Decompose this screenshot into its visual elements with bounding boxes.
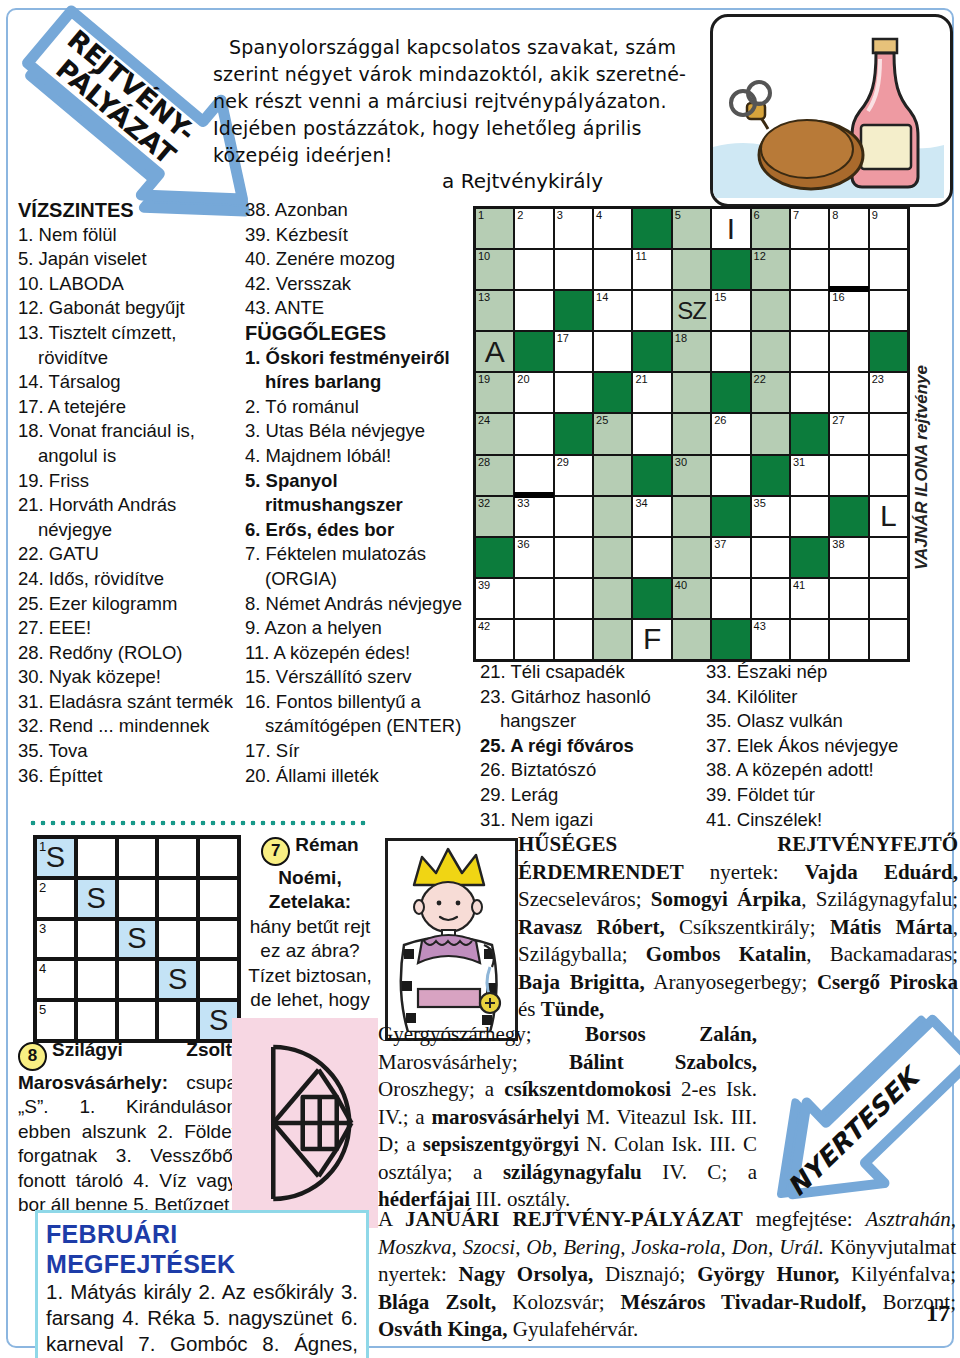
xw-cell-r9c7[interactable]: 37 — [711, 537, 750, 578]
text-segment: György Hunor, — [697, 1262, 839, 1286]
intro-line: közepéig ideérjen! — [213, 142, 715, 169]
s-grid-cell-r2c5[interactable] — [198, 878, 239, 919]
xw-cell-r3c2[interactable] — [514, 290, 553, 331]
clue-item: 13. Tisztelt címzett, rövidítve — [18, 321, 242, 370]
xw-cell-r2c6[interactable] — [672, 249, 711, 290]
xw-cell-r5c3[interactable] — [554, 372, 593, 413]
given-letter: I — [727, 212, 735, 246]
xw-cell-r3c11[interactable] — [869, 290, 908, 331]
xw-cell-r5c11[interactable]: 23 — [869, 372, 908, 413]
xw-cell-r2c10[interactable] — [829, 249, 868, 290]
clue-item: 11. A közepén édes! — [245, 641, 471, 666]
xw-cell-r4c3[interactable]: 17 — [554, 331, 593, 372]
clue-item: 9. Azon a helyen — [245, 616, 471, 641]
cell-number: 27 — [832, 414, 844, 427]
xw-cell-r2c2[interactable] — [514, 249, 553, 290]
given-letter: S — [168, 963, 187, 996]
xw-cell-r9c3[interactable] — [554, 537, 593, 578]
xw-cell-r6c1[interactable]: 24 — [475, 413, 514, 454]
xw-cell-r11c10[interactable] — [829, 619, 868, 660]
xw-cell-r1c6[interactable]: 5 — [672, 208, 711, 249]
clue-item: 23. Gitárhoz hasonló hangszer — [480, 685, 702, 734]
cell-number: 2 — [39, 880, 46, 895]
xw-cell-r9c2[interactable]: 36 — [514, 537, 553, 578]
text-segment: Nagy Orsolya, — [459, 1262, 594, 1286]
xw-cell-r6c3-blocked — [554, 413, 593, 454]
s-grid-cell-r5c2[interactable] — [76, 1000, 117, 1041]
text-segment: marosvásárhelyi — [431, 1105, 579, 1129]
xw-cell-r9c6[interactable] — [672, 537, 711, 578]
hidden-letters-figure — [245, 1038, 365, 1208]
xw-cell-r3c1[interactable]: 13 — [475, 290, 514, 331]
text-segment: Baja Brigitta, — [518, 970, 645, 994]
xw-cell-r4c1[interactable]: A — [475, 331, 514, 372]
xw-cell-r7c2[interactable] — [514, 455, 553, 496]
xw-cell-r2c7-blocked — [711, 249, 750, 290]
clue-item: 26. Biztatószó — [480, 758, 702, 783]
xw-cell-r7c6[interactable]: 30 — [672, 455, 711, 496]
clue-item: 32. Rend ... mindennek — [18, 714, 242, 739]
xw-cell-r7c9[interactable]: 31 — [790, 455, 829, 496]
text-segment: sepsiszentgyörgyi — [423, 1132, 579, 1156]
clue-item: 28. Redőny (ROLO) — [18, 641, 242, 666]
cell-number: 33 — [517, 497, 529, 510]
cell-number: 30 — [675, 456, 687, 469]
cell-number: 29 — [557, 456, 569, 469]
arrow-text-line2: PÁLYÁZAT — [50, 53, 182, 171]
xw-cell-r11c1[interactable]: 42 — [475, 619, 514, 660]
clue-item: 21. Horváth András névjegye — [18, 493, 242, 542]
text-segment: csíkszentdomokosi — [504, 1077, 671, 1101]
xw-cell-r8c5[interactable]: 34 — [632, 496, 671, 537]
given-letter: S — [87, 882, 106, 915]
xw-cell-r6c6[interactable] — [672, 413, 711, 454]
clue-item: 4. Majdnem lóbál! — [245, 444, 471, 469]
text-segment: Vajda Eduárd, — [805, 860, 958, 884]
xw-cell-r5c4-blocked — [593, 372, 632, 413]
clue-item: 19. Friss — [18, 469, 242, 494]
february-solutions-box: FEBRUÁRI MEGFEJTÉSEK 1. Mátyás király 2.… — [35, 1210, 369, 1358]
cell-number: 34 — [635, 497, 647, 510]
xw-cell-r9c11[interactable] — [869, 537, 908, 578]
clue-item: 8. Német András névjegye — [245, 592, 471, 617]
cell-number: 17 — [557, 332, 569, 345]
xw-cell-r3c9[interactable] — [790, 290, 829, 331]
xw-cell-r2c1[interactable]: 10 — [475, 249, 514, 290]
s-grid-cell-r4c1[interactable]: 4 — [35, 959, 76, 1000]
xw-cell-r11c11[interactable] — [869, 619, 908, 660]
text-segment: Tünde, — [541, 997, 605, 1021]
xw-cell-r11c3[interactable] — [554, 619, 593, 660]
xw-cell-r5c2[interactable]: 20 — [514, 372, 553, 413]
xw-cell-r2c4[interactable] — [593, 249, 632, 290]
s-grid-cell-r1c5[interactable] — [198, 837, 239, 878]
xw-cell-r11c4[interactable] — [593, 619, 632, 660]
xw-cell-r6c4[interactable]: 25 — [593, 413, 632, 454]
xw-cell-r9c5[interactable] — [632, 537, 671, 578]
cell-number: 37 — [714, 538, 726, 551]
s-grid-cell-r2c3[interactable] — [117, 878, 158, 919]
clue-item: 22. GATU — [18, 542, 242, 567]
text-segment: Ravasz Róbert, — [518, 915, 665, 939]
s-mini-grid: 1S2S3S4S5S — [33, 835, 241, 1043]
xw-cell-r5c5[interactable]: 21 — [632, 372, 671, 413]
text-segment: Kolozsvár; — [496, 1290, 620, 1314]
s-grid-cell-r4c3[interactable] — [117, 959, 158, 1000]
clue-item: 43. ANTE — [245, 296, 471, 321]
winners-paragraph-2: Gyergyószárhegy; Borsos Zalán, Marosvásá… — [378, 1021, 757, 1214]
across-clues-column: VÍZSZINTES 1. Nem fölül5. Japán viselet1… — [18, 198, 242, 788]
text-segment: és — [518, 997, 541, 1021]
crown — [414, 849, 484, 885]
magazine-puzzle-page: REJTVÉNY- PÁLYÁZAT Spanyolországgal kapc… — [0, 0, 960, 1358]
xw-cell-r2c3[interactable] — [554, 249, 593, 290]
cell-number: 15 — [714, 291, 726, 304]
s-grid-cell-r5c3[interactable] — [117, 1000, 158, 1041]
cell-number: 28 — [478, 456, 490, 469]
xw-cell-r11c9[interactable] — [790, 619, 829, 660]
xw-cell-r4c11-blocked — [869, 331, 908, 372]
dotted-separator — [30, 820, 368, 826]
clue-item: 14. Társalog — [18, 370, 242, 395]
face — [414, 882, 482, 932]
xw-cell-r4c8[interactable] — [751, 331, 790, 372]
xw-cell-r10c6[interactable]: 40 — [672, 578, 711, 619]
text-segment: Csíkszentkirály; — [665, 915, 830, 939]
cell-number: 5 — [675, 209, 681, 222]
clue-item: 42. Versszak — [245, 272, 471, 297]
xw-cell-r1c7[interactable]: I — [711, 208, 750, 249]
text-segment: Borsos Zalán, — [585, 1022, 757, 1046]
xw-cell-r6c7[interactable]: 26 — [711, 413, 750, 454]
text-segment: Somogyi Árpika — [651, 887, 801, 911]
text-segment: , Szilágynagyfalu; — [801, 887, 958, 911]
s-grid-cell-r2c4[interactable] — [157, 878, 198, 919]
xw-cell-r5c10[interactable] — [829, 372, 868, 413]
cell-number: 41 — [793, 579, 805, 592]
clue-item: 31. Eladásra szánt termék — [18, 690, 242, 715]
intro-line: szerint négyet várok mindazoktól, akik s… — [213, 61, 715, 88]
crossword-byline: VAJNÁR ILONA rejtvénye — [912, 325, 932, 610]
xw-cell-r4c6[interactable]: 18 — [672, 331, 711, 372]
cell-number: 12 — [754, 250, 766, 263]
s-grid-cell-r4c5[interactable] — [198, 959, 239, 1000]
xw-cell-r8c4[interactable] — [593, 496, 632, 537]
clue-item: 38. A közepén adott! — [706, 758, 958, 783]
text-segment: Osváth Kinga, — [378, 1317, 508, 1341]
xw-cell-r1c10[interactable]: 8 — [829, 208, 868, 249]
xw-cell-r10c3[interactable] — [554, 578, 593, 619]
puzzle-7-badge: 7 — [261, 837, 290, 866]
xw-cell-r5c7-blocked — [711, 372, 750, 413]
xw-cell-r10c8[interactable] — [751, 578, 790, 619]
cell-number: 11 — [635, 250, 646, 263]
xw-cell-r6c11[interactable] — [869, 413, 908, 454]
february-body: 1. Mátyás király 2. Az esőkirály 3. fars… — [46, 1279, 358, 1358]
xw-cell-r11c2[interactable] — [514, 619, 553, 660]
clue-item: 17. Sír — [245, 739, 471, 764]
xw-cell-r1c9[interactable]: 7 — [790, 208, 829, 249]
xw-cell-r5c6[interactable] — [672, 372, 711, 413]
xw-cell-r3c7[interactable]: 15 — [711, 290, 750, 331]
cell-number: 21 — [635, 373, 647, 386]
bottle-illustration — [710, 14, 953, 207]
xw-cell-r1c3[interactable]: 3 — [554, 208, 593, 249]
crossword-grid: 12345I67891011121314SZ1516A1718192021222… — [473, 206, 910, 662]
xw-cell-r2c9[interactable] — [790, 249, 829, 290]
xw-cell-r7c7[interactable] — [711, 455, 750, 496]
intro-line: Idejében postázzátok, hogy lehetőleg ápr… — [213, 115, 715, 142]
cell-number: 25 — [596, 414, 608, 427]
xw-cell-r1c2[interactable]: 2 — [514, 208, 553, 249]
across-title: VÍZSZINTES — [18, 198, 242, 223]
given-letter: S — [46, 841, 65, 874]
xw-cell-r3c10[interactable]: 16 — [829, 290, 868, 331]
xw-cell-r6c10[interactable]: 27 — [829, 413, 868, 454]
xw-cell-r1c8[interactable]: 6 — [751, 208, 790, 249]
xw-cell-r3c5[interactable] — [632, 290, 671, 331]
clue-item: 30. Nyak közepe! — [18, 665, 242, 690]
clue-item: 16. Fontos billentyű a számítógépen (ENT… — [245, 690, 471, 739]
down-clues-cont-left: 21. Téli csapadék23. Gitárhoz hasonló ha… — [480, 660, 702, 832]
xw-cell-r10c11[interactable] — [869, 578, 908, 619]
cell-number: 4 — [596, 209, 602, 222]
s-grid-cell-r4c4[interactable]: S — [157, 959, 198, 1000]
xw-cell-r10c1[interactable]: 39 — [475, 578, 514, 619]
xw-cell-r7c11[interactable] — [869, 455, 908, 496]
s-grid-cell-r3c3[interactable]: S — [117, 919, 158, 960]
cell-number: 10 — [478, 250, 490, 263]
cell-number: 40 — [675, 579, 687, 592]
xw-cell-r1c5-blocked — [632, 208, 671, 249]
xw-cell-r7c8-blocked — [751, 455, 790, 496]
xw-cell-r1c4[interactable]: 4 — [593, 208, 632, 249]
s-grid-cell-r4c2[interactable] — [76, 959, 117, 1000]
s-grid-cell-r3c4[interactable] — [157, 919, 198, 960]
xw-cell-r8c7-blocked — [711, 496, 750, 537]
clue-item: 31. Nem igazi — [480, 808, 702, 833]
xw-cell-r8c3[interactable] — [554, 496, 593, 537]
given-letter: SZ — [677, 297, 706, 325]
puzzle-7: 7Réman Noémi, Zetelaka: hány betűt rejt … — [240, 833, 380, 1037]
xw-cell-r7c4[interactable] — [593, 455, 632, 496]
given-letter: A — [485, 335, 505, 369]
xw-cell-r6c2[interactable] — [514, 413, 553, 454]
s-grid-cell-r2c2[interactable]: S — [76, 878, 117, 919]
xw-cell-r9c4[interactable] — [593, 537, 632, 578]
text-segment: , Backamadaras; — [806, 942, 958, 966]
xw-cell-r7c5-blocked — [632, 455, 671, 496]
cell-number: 22 — [754, 373, 766, 386]
xw-cell-r10c2[interactable] — [514, 578, 553, 619]
xw-cell-r2c8[interactable]: 12 — [751, 249, 790, 290]
clue-item: 38. Azonban — [245, 198, 471, 223]
xw-cell-r11c7-blocked — [711, 619, 750, 660]
clue-item: 5. Japán viselet — [18, 247, 242, 272]
xw-cell-r3c3-blocked — [554, 290, 593, 331]
clue-item: 6. Erős, édes bor — [245, 518, 471, 543]
cell-number: 8 — [832, 209, 838, 222]
xw-cell-r8c1[interactable]: 32 — [475, 496, 514, 537]
cell-number: 19 — [478, 373, 490, 386]
clue-item: 5. Spanyol ritmushangszer — [245, 469, 471, 518]
clue-item: 39. Földet túr — [706, 783, 958, 808]
word-divider-bar — [514, 492, 553, 498]
xw-cell-r8c2[interactable]: 33 — [514, 496, 553, 537]
given-letter: L — [880, 499, 897, 533]
nyertesek-arrow-text: NYERTESEK — [781, 1060, 927, 1203]
xw-cell-r7c1[interactable]: 28 — [475, 455, 514, 496]
s-grid-cell-r1c3[interactable] — [117, 837, 158, 878]
xw-cell-r11c8[interactable]: 43 — [751, 619, 790, 660]
xw-cell-r8c11[interactable]: L — [869, 496, 908, 537]
xw-cell-r6c9-blocked — [790, 413, 829, 454]
text-segment: Csergő Piroska — [817, 970, 958, 994]
intro-signature: a Rejtvénykirály — [213, 169, 603, 193]
cell-number: 13 — [478, 291, 490, 304]
s-grid-cell-r2c1[interactable]: 2 — [35, 878, 76, 919]
cell-number: 20 — [517, 373, 529, 386]
cell-number: 6 — [754, 209, 760, 222]
xw-cell-r4c9[interactable] — [790, 331, 829, 372]
down-clues-cont-right: 33. Északi nép34. Kilóliter35. Olasz vul… — [706, 660, 958, 832]
xw-cell-r8c9[interactable] — [790, 496, 829, 537]
cell-number: 18 — [675, 332, 687, 345]
cell-number: 5 — [39, 1002, 46, 1017]
xw-cell-r4c2-blocked — [514, 331, 553, 372]
s-grid-cell-r3c2[interactable] — [76, 919, 117, 960]
xw-cell-r3c6[interactable]: SZ — [672, 290, 711, 331]
word-divider-bar — [829, 286, 868, 292]
text-segment: JANUÁRI REJTVÉNY-PÁLYÁZAT — [405, 1207, 743, 1231]
clue-item: 35. Tova — [18, 739, 242, 764]
xw-cell-r2c5[interactable]: 11 — [632, 249, 671, 290]
clue-item: 40. Zenére mozog — [245, 247, 471, 272]
xw-cell-r8c8[interactable]: 35 — [751, 496, 790, 537]
xw-cell-r9c9-blocked — [790, 537, 829, 578]
cell-number: 39 — [478, 579, 490, 592]
cell-number: 1 — [478, 209, 484, 222]
text-segment: Gyulafehérvár. — [508, 1317, 639, 1341]
winners-paragraph-3: A JANUÁRI REJTVÉNY-PÁLYÁZAT megfejtése: … — [378, 1206, 956, 1344]
xw-cell-r9c10[interactable]: 38 — [829, 537, 868, 578]
s-grid-cell-r5c1[interactable]: 5 — [35, 1000, 76, 1041]
cell-number: 3 — [557, 209, 563, 222]
xw-cell-r10c7[interactable] — [711, 578, 750, 619]
clue-item: 25. Ezer kilogramm — [18, 592, 242, 617]
xw-cell-r9c8[interactable] — [751, 537, 790, 578]
text-segment: Kilyénfalva; — [839, 1262, 956, 1286]
xw-cell-r3c8[interactable] — [751, 290, 790, 331]
text-segment: nyertek: — [684, 860, 805, 884]
clue-item: 37. Elek Ákos névjegye — [706, 734, 958, 759]
cell-number: 23 — [872, 373, 884, 386]
xw-cell-r5c8[interactable]: 22 — [751, 372, 790, 413]
s-grid-cell-r1c2[interactable] — [76, 837, 117, 878]
s-grid-cell-r1c1[interactable]: 1S — [35, 837, 76, 878]
xw-cell-r5c1[interactable]: 19 — [475, 372, 514, 413]
xw-cell-r6c8[interactable] — [751, 413, 790, 454]
given-letter: S — [209, 1004, 228, 1037]
xw-cell-r2c11[interactable] — [869, 249, 908, 290]
s-grid-cell-r3c1[interactable]: 3 — [35, 919, 76, 960]
clue-item: 41. Cinszélek! — [706, 808, 958, 833]
cell-number: 42 — [478, 620, 490, 633]
xw-cell-r10c10[interactable] — [829, 578, 868, 619]
xw-cell-r10c9[interactable]: 41 — [790, 578, 829, 619]
xw-cell-r4c4[interactable] — [593, 331, 632, 372]
clue-item: 1. Nem fölül — [18, 223, 242, 248]
intro-line: nek részt venni a márciusi rejtvénypályá… — [213, 88, 715, 115]
winners-paragraph-1: HŰSÉGES REJTVÉNYFEJTŐ ÉRDEMRENDET nyerte… — [518, 831, 958, 1024]
xw-cell-r1c11[interactable]: 9 — [869, 208, 908, 249]
clue-item: 33. Északi nép — [706, 660, 958, 685]
cell-number: 24 — [478, 414, 490, 427]
page-number: 17 — [900, 1300, 950, 1327]
text-segment: Gombos Katalin — [646, 942, 807, 966]
cell-number: 3 — [39, 921, 46, 936]
text-segment: Blága Zsolt, — [378, 1290, 496, 1314]
xw-cell-r6c5[interactable] — [632, 413, 671, 454]
letter-figure-box — [232, 1018, 378, 1228]
clue-item: 27. EEE! — [18, 616, 242, 641]
clue-item: 29. Lerág — [480, 783, 702, 808]
xw-cell-r11c5[interactable]: F — [632, 619, 671, 660]
clue-item: 36. Építtet — [18, 764, 242, 789]
s-grid-cell-r1c4[interactable] — [157, 837, 198, 878]
text-segment: Szecseleváros; — [518, 887, 651, 911]
xw-cell-r10c4[interactable] — [593, 578, 632, 619]
down-clues-column: 38. Azonban39. Kézbesít40. Zenére mozog4… — [245, 198, 471, 788]
text-segment: Marosvásárhely; — [378, 1050, 569, 1074]
puzzle-king-illustration — [385, 838, 518, 1041]
xw-cell-r3c4[interactable]: 14 — [593, 290, 632, 331]
cell-number: 32 — [478, 497, 490, 510]
xw-cell-r8c6[interactable] — [672, 496, 711, 537]
xw-cell-r1c1[interactable]: 1 — [475, 208, 514, 249]
clue-item: 3. Utas Béla névjegye — [245, 419, 471, 444]
xw-cell-r8c10-blocked — [829, 496, 868, 537]
xw-cell-r5c9[interactable] — [790, 372, 829, 413]
cell-number: 14 — [596, 291, 608, 304]
clue-item: 24. Idős, rövidítve — [18, 567, 242, 592]
xw-cell-r10c5-blocked — [632, 578, 671, 619]
clue-item: 39. Kézbesít — [245, 223, 471, 248]
s-grid-cell-r3c5[interactable] — [198, 919, 239, 960]
cell-number: 36 — [517, 538, 529, 551]
text-segment: IV. C; a — [642, 1160, 757, 1184]
text-segment: Mátis Márta — [830, 915, 953, 939]
xw-cell-r4c7[interactable] — [711, 331, 750, 372]
s-grid-cell-r5c4[interactable] — [157, 1000, 198, 1041]
text-segment: Mészáros Tivadar-Rudolf, — [621, 1290, 867, 1314]
intro-text: Spanyolországgal kapcsolatos szavakat, s… — [213, 34, 715, 169]
xw-cell-r4c10[interactable] — [829, 331, 868, 372]
clue-item: 35. Olasz vulkán — [706, 709, 958, 734]
clue-item: 2. Tó románul — [245, 395, 471, 420]
xw-cell-r7c10[interactable] — [829, 455, 868, 496]
cell-number: 9 — [872, 209, 878, 222]
xw-cell-r7c3[interactable]: 29 — [554, 455, 593, 496]
text-segment: Bálint Szabolcs, — [569, 1050, 757, 1074]
clue-item: 15. Vérszállító szerv — [245, 665, 471, 690]
cell-number: 2 — [517, 209, 523, 222]
given-letter: S — [127, 922, 146, 955]
cell-number: 43 — [754, 620, 766, 633]
cell-number: 4 — [39, 961, 46, 976]
xw-cell-r11c6[interactable] — [672, 619, 711, 660]
cell-number: 31 — [793, 456, 805, 469]
